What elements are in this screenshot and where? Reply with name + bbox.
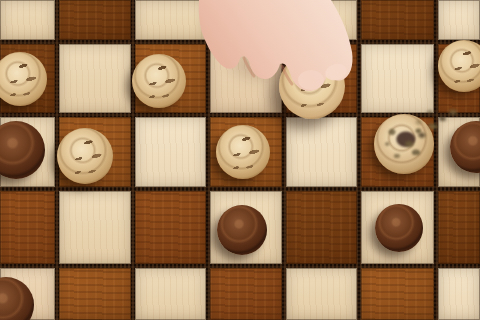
checker-piece-dark-r3c3[interactable]	[217, 205, 267, 255]
checker-piece-dark-r4c0[interactable]	[0, 277, 34, 320]
hand-outline	[199, 0, 353, 91]
board-photo	[0, 0, 480, 320]
checker-piece-light-r2c1[interactable]	[57, 128, 113, 184]
checker-piece-dark-r3c5[interactable]	[375, 204, 423, 252]
fingertip	[298, 70, 324, 90]
checker-piece-light-r2c3[interactable]	[216, 125, 270, 179]
hand	[0, 0, 480, 130]
